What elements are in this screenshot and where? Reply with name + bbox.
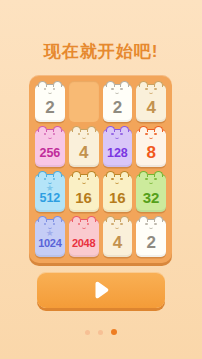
- tile-number: 2: [35, 95, 65, 120]
- board-cell-empty: [69, 81, 99, 122]
- tile-number: 8: [136, 140, 166, 165]
- tile-number: 256: [35, 140, 65, 165]
- cat-ear-icon: [106, 216, 115, 222]
- pager-dot[interactable]: [85, 330, 90, 335]
- tile-number: 32: [136, 185, 166, 210]
- tile-512: ★512: [35, 174, 65, 212]
- board-cell: 4: [69, 126, 99, 167]
- cat-ear-icon: [154, 171, 163, 177]
- play-button[interactable]: [37, 272, 165, 308]
- tile-16: 16: [103, 174, 133, 212]
- cat-ear-icon: [139, 126, 148, 132]
- board-cell: 16: [69, 171, 99, 212]
- cat-ear-icon: [38, 216, 47, 222]
- tile-16: 16: [69, 174, 99, 212]
- tile-1024: ★1024: [35, 219, 65, 257]
- board-cell: 32: [136, 171, 166, 212]
- board-cell: ★512: [35, 171, 65, 212]
- cat-ear-icon: [120, 171, 129, 177]
- cat-ear-icon: [120, 126, 129, 132]
- page-title: 现在就开始吧!: [0, 40, 202, 63]
- cat-ear-icon: [87, 171, 96, 177]
- cat-ear-icon: [106, 81, 115, 87]
- cat-ear-icon: [139, 171, 148, 177]
- game-board[interactable]: 22425641288★512161632★1024204842: [29, 75, 172, 263]
- cat-ear-icon: [72, 216, 81, 222]
- board-cell: 2048: [69, 216, 99, 257]
- tile-number: 4: [136, 95, 166, 120]
- board-cell: 16: [103, 171, 133, 212]
- tile-128: 128: [103, 129, 133, 167]
- cat-ear-icon: [154, 126, 163, 132]
- tile-2: 2: [103, 84, 133, 122]
- tile-number: 4: [69, 140, 99, 165]
- cat-ear-icon: [87, 216, 96, 222]
- cat-ear-icon: [106, 126, 115, 132]
- tile-number: 16: [69, 185, 99, 210]
- play-icon: [90, 279, 112, 301]
- tile-number: 512: [35, 185, 65, 210]
- cat-ear-icon: [38, 81, 47, 87]
- cat-ear-icon: [72, 171, 81, 177]
- page-indicator: [0, 327, 202, 337]
- cat-ear-icon: [38, 171, 47, 177]
- tile-number: 128: [103, 140, 133, 165]
- tile-8: 8: [136, 129, 166, 167]
- tile-number: 2: [103, 95, 133, 120]
- cat-ear-icon: [87, 126, 96, 132]
- tile-2048: 2048: [69, 219, 99, 257]
- board-cell: 256: [35, 126, 65, 167]
- board-cell: 128: [103, 126, 133, 167]
- tile-number: 16: [103, 185, 133, 210]
- app-screen: 现在就开始吧! 22425641288★512161632★1024204842: [0, 0, 202, 359]
- cat-ear-icon: [139, 81, 148, 87]
- tile-number: 2: [136, 230, 166, 255]
- tile-2: 2: [35, 84, 65, 122]
- board-cell: 8: [136, 126, 166, 167]
- tile-32: 32: [136, 174, 166, 212]
- board-cell: 2: [103, 81, 133, 122]
- board-cell: 2: [35, 81, 65, 122]
- cat-ear-icon: [106, 171, 115, 177]
- cat-ear-icon: [139, 216, 148, 222]
- pager-dot[interactable]: [98, 330, 103, 335]
- cat-ear-icon: [72, 126, 81, 132]
- tile-4: 4: [103, 219, 133, 257]
- tile-number: 4: [103, 230, 133, 255]
- tile-4: 4: [136, 84, 166, 122]
- cat-ear-icon: [53, 81, 62, 87]
- board-cell: 2: [136, 216, 166, 257]
- tile-number: 1024: [35, 230, 65, 255]
- tile-number: 2048: [69, 230, 99, 255]
- cat-ear-icon: [154, 81, 163, 87]
- cat-ear-icon: [53, 216, 62, 222]
- pager-dot-active[interactable]: [111, 329, 117, 335]
- cat-ear-icon: [120, 81, 129, 87]
- cat-ear-icon: [154, 216, 163, 222]
- board-cell: 4: [103, 216, 133, 257]
- cat-ear-icon: [53, 126, 62, 132]
- cat-ear-icon: [53, 171, 62, 177]
- tile-4: 4: [69, 129, 99, 167]
- tile-2: 2: [136, 219, 166, 257]
- tile-256: 256: [35, 129, 65, 167]
- cat-ear-icon: [120, 216, 129, 222]
- cat-ear-icon: [38, 126, 47, 132]
- board-cell: 4: [136, 81, 166, 122]
- board-cell: ★1024: [35, 216, 65, 257]
